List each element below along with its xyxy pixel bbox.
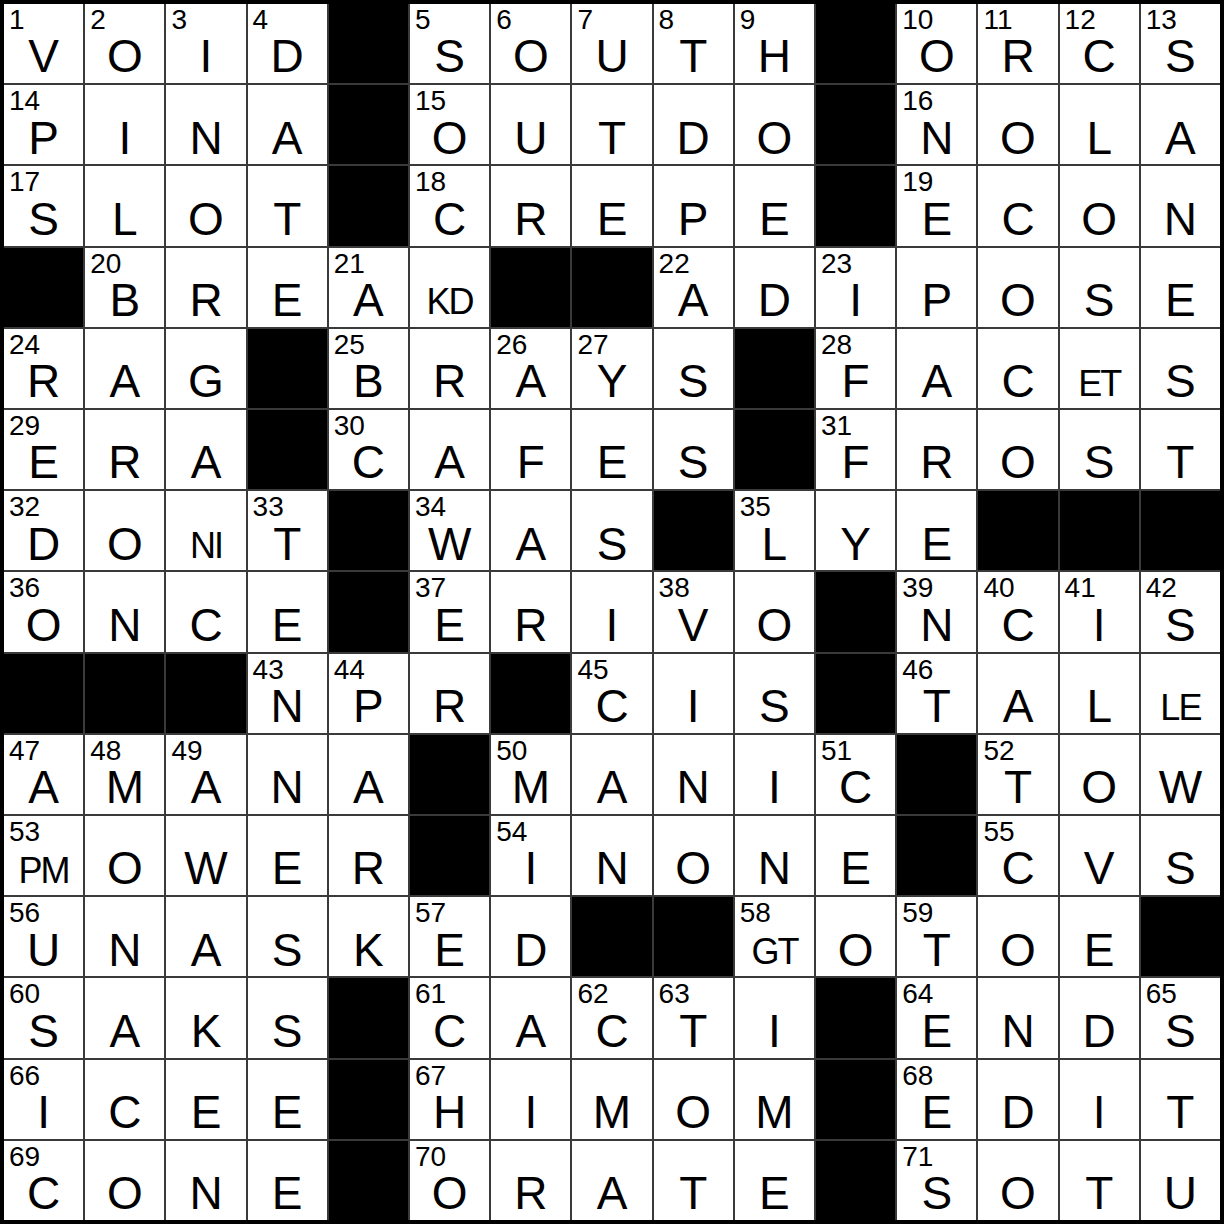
black-square-r13c11 bbox=[816, 978, 895, 1057]
cell-r9c15[interactable]: LE bbox=[1141, 654, 1220, 733]
cell-letter: N bbox=[85, 924, 164, 977]
cell-r4c2[interactable]: 20B bbox=[85, 248, 164, 327]
cell-r1c7[interactable]: 6O bbox=[491, 4, 570, 83]
cell-letter: B bbox=[329, 355, 408, 408]
cell-r14c12[interactable]: 68E bbox=[897, 1060, 976, 1139]
cell-r2c15[interactable]: A bbox=[1141, 85, 1220, 164]
cell-r9c9[interactable]: I bbox=[654, 654, 733, 733]
cell-r7c6[interactable]: 34W bbox=[410, 491, 489, 570]
cell-letter: S bbox=[410, 30, 489, 83]
cell-letter: C bbox=[978, 842, 1057, 895]
cell-r5c6[interactable]: R bbox=[410, 329, 489, 408]
cell-r4c10[interactable]: D bbox=[735, 248, 814, 327]
cell-letter: L bbox=[85, 193, 164, 246]
cell-rebus-letters: PM bbox=[4, 850, 83, 891]
cell-letter: L bbox=[1060, 680, 1139, 733]
cell-r15c8[interactable]: A bbox=[572, 1141, 651, 1220]
cell-r11c14[interactable]: V bbox=[1060, 816, 1139, 895]
cell-r3c10[interactable]: E bbox=[735, 166, 814, 245]
cell-letter: I bbox=[735, 1005, 814, 1058]
cell-r6c1[interactable]: 29E bbox=[4, 410, 83, 489]
cell-r13c3[interactable]: K bbox=[166, 978, 245, 1057]
cell-r12c7[interactable]: D bbox=[491, 897, 570, 976]
cell-r14c7[interactable]: I bbox=[491, 1060, 570, 1139]
cell-r3c4[interactable]: T bbox=[248, 166, 327, 245]
cell-r7c11[interactable]: Y bbox=[816, 491, 895, 570]
cell-r12c1[interactable]: 56U bbox=[4, 897, 83, 976]
cell-r3c6[interactable]: 18C bbox=[410, 166, 489, 245]
cell-r3c14[interactable]: O bbox=[1060, 166, 1139, 245]
cell-letter: N bbox=[897, 599, 976, 652]
cell-r4c5[interactable]: 21A bbox=[329, 248, 408, 327]
cell-r8c14[interactable]: 41I bbox=[1060, 572, 1139, 651]
cell-letter: O bbox=[654, 1086, 733, 1139]
cell-r6c11[interactable]: 31F bbox=[816, 410, 895, 489]
cell-r3c12[interactable]: 19E bbox=[897, 166, 976, 245]
cell-r5c5[interactable]: 25B bbox=[329, 329, 408, 408]
cell-r9c6[interactable]: R bbox=[410, 654, 489, 733]
cell-letter: R bbox=[85, 436, 164, 489]
cell-r6c3[interactable]: A bbox=[166, 410, 245, 489]
cell-letter: Y bbox=[816, 518, 895, 571]
cell-r5c2[interactable]: A bbox=[85, 329, 164, 408]
cell-r6c15[interactable]: T bbox=[1141, 410, 1220, 489]
crossword-grid: 1V2O3I4D5S6O7U8T9H10O11R12C13S14PINA15OU… bbox=[0, 0, 1224, 1224]
cell-letter: A bbox=[248, 112, 327, 165]
cell-r13c2[interactable]: A bbox=[85, 978, 164, 1057]
cell-r15c4[interactable]: E bbox=[248, 1141, 327, 1220]
cell-r14c13[interactable]: D bbox=[978, 1060, 1057, 1139]
cell-r1c2[interactable]: 2O bbox=[85, 4, 164, 83]
cell-r13c6[interactable]: 61C bbox=[410, 978, 489, 1057]
cell-r5c12[interactable]: A bbox=[897, 329, 976, 408]
cell-letter: O bbox=[978, 1167, 1057, 1220]
cell-r2c6[interactable]: 15O bbox=[410, 85, 489, 164]
cell-r10c7[interactable]: 50M bbox=[491, 735, 570, 814]
cell-letter: M bbox=[85, 761, 164, 814]
cell-letter: D bbox=[248, 30, 327, 83]
cell-letter: A bbox=[1141, 112, 1220, 165]
cell-r12c2[interactable]: N bbox=[85, 897, 164, 976]
cell-r15c14[interactable]: T bbox=[1060, 1141, 1139, 1220]
black-square-r2c11 bbox=[816, 85, 895, 164]
cell-letter: P bbox=[654, 193, 733, 246]
cell-r5c13[interactable]: C bbox=[978, 329, 1057, 408]
cell-r4c6[interactable]: KD bbox=[410, 248, 489, 327]
cell-r11c8[interactable]: N bbox=[572, 816, 651, 895]
cell-r10c13[interactable]: 52T bbox=[978, 735, 1057, 814]
cell-r4c4[interactable]: E bbox=[248, 248, 327, 327]
cell-r14c2[interactable]: C bbox=[85, 1060, 164, 1139]
cell-r15c15[interactable]: U bbox=[1141, 1141, 1220, 1220]
black-square-r12c15 bbox=[1141, 897, 1220, 976]
cell-letter: I bbox=[491, 1086, 570, 1139]
cell-letter: T bbox=[897, 680, 976, 733]
cell-letter: H bbox=[410, 1086, 489, 1139]
cell-r9c14[interactable]: L bbox=[1060, 654, 1139, 733]
black-square-r13c5 bbox=[329, 978, 408, 1057]
cell-r11c15[interactable]: S bbox=[1141, 816, 1220, 895]
cell-letter: N bbox=[572, 842, 651, 895]
cell-r4c11[interactable]: 23I bbox=[816, 248, 895, 327]
cell-letter: M bbox=[491, 761, 570, 814]
cell-r14c15[interactable]: T bbox=[1141, 1060, 1220, 1139]
cell-letter: A bbox=[654, 274, 733, 327]
cell-r11c4[interactable]: E bbox=[248, 816, 327, 895]
cell-r14c14[interactable]: I bbox=[1060, 1060, 1139, 1139]
cell-r9c5[interactable]: 44P bbox=[329, 654, 408, 733]
cell-r8c12[interactable]: 39N bbox=[897, 572, 976, 651]
cell-r2c14[interactable]: L bbox=[1060, 85, 1139, 164]
cell-letter: U bbox=[4, 924, 83, 977]
cell-r14c3[interactable]: E bbox=[166, 1060, 245, 1139]
cell-letter: C bbox=[978, 355, 1057, 408]
cell-letter: S bbox=[248, 1005, 327, 1058]
cell-letter: T bbox=[1060, 1167, 1139, 1220]
cell-r5c15[interactable]: S bbox=[1141, 329, 1220, 408]
cell-r2c9[interactable]: D bbox=[654, 85, 733, 164]
cell-letter: T bbox=[654, 1167, 733, 1220]
black-square-r4c8 bbox=[572, 248, 651, 327]
cell-letter: R bbox=[410, 355, 489, 408]
cell-letter: O bbox=[978, 924, 1057, 977]
cell-r13c12[interactable]: 64E bbox=[897, 978, 976, 1057]
cell-letter: I bbox=[735, 761, 814, 814]
black-square-r11c6 bbox=[410, 816, 489, 895]
cell-letter: E bbox=[1141, 274, 1220, 327]
cell-r11c3[interactable]: W bbox=[166, 816, 245, 895]
cell-r8c13[interactable]: 40C bbox=[978, 572, 1057, 651]
cell-r4c15[interactable]: E bbox=[1141, 248, 1220, 327]
cell-letter: E bbox=[735, 1167, 814, 1220]
cell-r3c9[interactable]: P bbox=[654, 166, 733, 245]
cell-number: 53 bbox=[9, 817, 40, 846]
cell-letter: M bbox=[735, 1086, 814, 1139]
cell-letter: E bbox=[248, 1167, 327, 1220]
cell-r9c8[interactable]: 45C bbox=[572, 654, 651, 733]
cell-letter: O bbox=[491, 30, 570, 83]
black-square-r9c7 bbox=[491, 654, 570, 733]
cell-r7c2[interactable]: O bbox=[85, 491, 164, 570]
cell-letter: O bbox=[654, 842, 733, 895]
cell-letter: N bbox=[735, 842, 814, 895]
cell-r2c3[interactable]: N bbox=[166, 85, 245, 164]
cell-r6c8[interactable]: E bbox=[572, 410, 651, 489]
cell-r5c3[interactable]: G bbox=[166, 329, 245, 408]
cell-r15c12[interactable]: 71S bbox=[897, 1141, 976, 1220]
cell-r14c8[interactable]: M bbox=[572, 1060, 651, 1139]
cell-r15c10[interactable]: E bbox=[735, 1141, 814, 1220]
cell-r11c5[interactable]: R bbox=[329, 816, 408, 895]
cell-r12c14[interactable]: E bbox=[1060, 897, 1139, 976]
cell-r3c3[interactable]: O bbox=[166, 166, 245, 245]
cell-r7c1[interactable]: 32D bbox=[4, 491, 83, 570]
cell-letter: S bbox=[4, 1005, 83, 1058]
cell-r11c10[interactable]: N bbox=[735, 816, 814, 895]
cell-letter: N bbox=[166, 1167, 245, 1220]
cell-r6c5[interactable]: 30C bbox=[329, 410, 408, 489]
cell-r6c6[interactable]: A bbox=[410, 410, 489, 489]
cell-r10c4[interactable]: N bbox=[248, 735, 327, 814]
cell-r9c12[interactable]: 46T bbox=[897, 654, 976, 733]
cell-r5c11[interactable]: 28F bbox=[816, 329, 895, 408]
cell-r4c12[interactable]: P bbox=[897, 248, 976, 327]
cell-r5c7[interactable]: 26A bbox=[491, 329, 570, 408]
cell-r14c4[interactable]: E bbox=[248, 1060, 327, 1139]
cell-r6c14[interactable]: S bbox=[1060, 410, 1139, 489]
cell-letter: I bbox=[1060, 599, 1139, 652]
cell-r13c13[interactable]: N bbox=[978, 978, 1057, 1057]
cell-r7c3[interactable]: NI bbox=[166, 491, 245, 570]
cell-letter: S bbox=[248, 924, 327, 977]
cell-r6c9[interactable]: S bbox=[654, 410, 733, 489]
cell-r10c1[interactable]: 47A bbox=[4, 735, 83, 814]
cell-r1c3[interactable]: 3I bbox=[166, 4, 245, 83]
cell-r1c13[interactable]: 11R bbox=[978, 4, 1057, 83]
cell-r12c6[interactable]: 57E bbox=[410, 897, 489, 976]
cell-r9c4[interactable]: 43N bbox=[248, 654, 327, 733]
black-square-r6c10 bbox=[735, 410, 814, 489]
cell-letter: C bbox=[4, 1167, 83, 1220]
cell-letter: W bbox=[1141, 761, 1220, 814]
cell-r3c15[interactable]: N bbox=[1141, 166, 1220, 245]
cell-letter: T bbox=[897, 924, 976, 977]
black-square-r9c11 bbox=[816, 654, 895, 733]
cell-r8c3[interactable]: C bbox=[166, 572, 245, 651]
cell-r2c10[interactable]: O bbox=[735, 85, 814, 164]
cell-letter: A bbox=[572, 1167, 651, 1220]
cell-letter: S bbox=[4, 193, 83, 246]
cell-r8c6[interactable]: 37E bbox=[410, 572, 489, 651]
cell-letter: E bbox=[897, 1086, 976, 1139]
cell-letter: R bbox=[897, 436, 976, 489]
cell-letter: M bbox=[572, 1086, 651, 1139]
cell-r10c15[interactable]: W bbox=[1141, 735, 1220, 814]
cell-letter: E bbox=[248, 1086, 327, 1139]
cell-r13c1[interactable]: 60S bbox=[4, 978, 83, 1057]
cell-r7c12[interactable]: E bbox=[897, 491, 976, 570]
cell-letter: E bbox=[410, 599, 489, 652]
cell-letter: F bbox=[816, 436, 895, 489]
cell-r13c14[interactable]: D bbox=[1060, 978, 1139, 1057]
cell-letter: A bbox=[491, 1005, 570, 1058]
cell-r2c4[interactable]: A bbox=[248, 85, 327, 164]
cell-letter: E bbox=[248, 599, 327, 652]
cell-letter: C bbox=[410, 1005, 489, 1058]
black-square-r10c6 bbox=[410, 735, 489, 814]
cell-r14c9[interactable]: O bbox=[654, 1060, 733, 1139]
cell-letter: A bbox=[166, 436, 245, 489]
cell-r10c8[interactable]: A bbox=[572, 735, 651, 814]
cell-r1c10[interactable]: 9H bbox=[735, 4, 814, 83]
cell-r12c4[interactable]: S bbox=[248, 897, 327, 976]
cell-r2c1[interactable]: 14P bbox=[4, 85, 83, 164]
cell-r13c7[interactable]: A bbox=[491, 978, 570, 1057]
cell-r3c13[interactable]: C bbox=[978, 166, 1057, 245]
cell-r10c9[interactable]: N bbox=[654, 735, 733, 814]
cell-r14c1[interactable]: 66I bbox=[4, 1060, 83, 1139]
cell-letter: D bbox=[978, 1086, 1057, 1139]
cell-letter: S bbox=[1141, 355, 1220, 408]
cell-letter: O bbox=[1060, 761, 1139, 814]
cell-letter: V bbox=[1060, 842, 1139, 895]
cell-r10c10[interactable]: I bbox=[735, 735, 814, 814]
cell-r6c12[interactable]: R bbox=[897, 410, 976, 489]
cell-r15c1[interactable]: 69C bbox=[4, 1141, 83, 1220]
cell-r15c3[interactable]: N bbox=[166, 1141, 245, 1220]
cell-r9c10[interactable]: S bbox=[735, 654, 814, 733]
cell-letter: O bbox=[85, 1167, 164, 1220]
cell-r8c2[interactable]: N bbox=[85, 572, 164, 651]
cell-r2c8[interactable]: T bbox=[572, 85, 651, 164]
black-square-r11c12 bbox=[897, 816, 976, 895]
cell-r8c10[interactable]: O bbox=[735, 572, 814, 651]
cell-letter: S bbox=[654, 355, 733, 408]
cell-r8c8[interactable]: I bbox=[572, 572, 651, 651]
cell-r7c4[interactable]: 33T bbox=[248, 491, 327, 570]
cell-r13c9[interactable]: 63T bbox=[654, 978, 733, 1057]
cell-letter: N bbox=[1141, 193, 1220, 246]
cell-r3c2[interactable]: L bbox=[85, 166, 164, 245]
cell-letter: I bbox=[816, 274, 895, 327]
cell-r12c13[interactable]: O bbox=[978, 897, 1057, 976]
cell-letter: E bbox=[248, 842, 327, 895]
cell-r4c14[interactable]: S bbox=[1060, 248, 1139, 327]
cell-letter: E bbox=[572, 193, 651, 246]
cell-r7c7[interactable]: A bbox=[491, 491, 570, 570]
black-square-r5c10 bbox=[735, 329, 814, 408]
cell-r3c7[interactable]: R bbox=[491, 166, 570, 245]
cell-letter: O bbox=[1060, 193, 1139, 246]
cell-letter: T bbox=[1141, 436, 1220, 489]
cell-r11c2[interactable]: O bbox=[85, 816, 164, 895]
cell-r7c8[interactable]: S bbox=[572, 491, 651, 570]
cell-r1c14[interactable]: 12C bbox=[1060, 4, 1139, 83]
cell-r10c11[interactable]: 51C bbox=[816, 735, 895, 814]
cell-r12c10[interactable]: 58GT bbox=[735, 897, 814, 976]
cell-r15c13[interactable]: O bbox=[978, 1141, 1057, 1220]
cell-r3c1[interactable]: 17S bbox=[4, 166, 83, 245]
cell-r14c10[interactable]: M bbox=[735, 1060, 814, 1139]
cell-r1c1[interactable]: 1V bbox=[4, 4, 83, 83]
black-square-r7c14 bbox=[1060, 491, 1139, 570]
cell-r13c15[interactable]: 65S bbox=[1141, 978, 1220, 1057]
cell-r5c14[interactable]: ET bbox=[1060, 329, 1139, 408]
cell-r15c6[interactable]: 70O bbox=[410, 1141, 489, 1220]
cell-r12c5[interactable]: K bbox=[329, 897, 408, 976]
cell-r6c2[interactable]: R bbox=[85, 410, 164, 489]
cell-r13c4[interactable]: S bbox=[248, 978, 327, 1057]
cell-r15c7[interactable]: R bbox=[491, 1141, 570, 1220]
cell-r8c1[interactable]: 36O bbox=[4, 572, 83, 651]
cell-r10c14[interactable]: O bbox=[1060, 735, 1139, 814]
cell-r13c8[interactable]: 62C bbox=[572, 978, 651, 1057]
cell-letter: F bbox=[491, 436, 570, 489]
cell-r7c10[interactable]: 35L bbox=[735, 491, 814, 570]
cell-r12c3[interactable]: A bbox=[166, 897, 245, 976]
cell-r1c8[interactable]: 7U bbox=[572, 4, 651, 83]
cell-r11c9[interactable]: O bbox=[654, 816, 733, 895]
cell-r10c2[interactable]: 48M bbox=[85, 735, 164, 814]
cell-r5c8[interactable]: 27Y bbox=[572, 329, 651, 408]
cell-r8c9[interactable]: 38V bbox=[654, 572, 733, 651]
cell-r1c12[interactable]: 10O bbox=[897, 4, 976, 83]
cell-r4c13[interactable]: O bbox=[978, 248, 1057, 327]
cell-r11c13[interactable]: 55C bbox=[978, 816, 1057, 895]
cell-letter: V bbox=[654, 599, 733, 652]
cell-letter: F bbox=[816, 355, 895, 408]
cell-r11c1[interactable]: 53PM bbox=[4, 816, 83, 895]
cell-letter: R bbox=[166, 274, 245, 327]
cell-r2c13[interactable]: O bbox=[978, 85, 1057, 164]
cell-r1c6[interactable]: 5S bbox=[410, 4, 489, 83]
cell-r1c4[interactable]: 4D bbox=[248, 4, 327, 83]
cell-r8c15[interactable]: 42S bbox=[1141, 572, 1220, 651]
cell-r9c13[interactable]: A bbox=[978, 654, 1057, 733]
cell-r4c3[interactable]: R bbox=[166, 248, 245, 327]
cell-letter: C bbox=[166, 599, 245, 652]
black-square-r10c12 bbox=[897, 735, 976, 814]
cell-r5c9[interactable]: S bbox=[654, 329, 733, 408]
cell-r5c1[interactable]: 24R bbox=[4, 329, 83, 408]
cell-letter: I bbox=[491, 842, 570, 895]
cell-r10c3[interactable]: 49A bbox=[166, 735, 245, 814]
cell-r12c12[interactable]: 59T bbox=[897, 897, 976, 976]
cell-r2c2[interactable]: I bbox=[85, 85, 164, 164]
cell-letter: N bbox=[654, 761, 733, 814]
black-square-r6c4 bbox=[248, 410, 327, 489]
cell-letter: O bbox=[85, 842, 164, 895]
black-square-r9c1 bbox=[4, 654, 83, 733]
cell-r4c9[interactable]: 22A bbox=[654, 248, 733, 327]
cell-letter: O bbox=[85, 518, 164, 571]
black-square-r3c11 bbox=[816, 166, 895, 245]
cell-r8c7[interactable]: R bbox=[491, 572, 570, 651]
cell-r15c9[interactable]: T bbox=[654, 1141, 733, 1220]
cell-r2c7[interactable]: U bbox=[491, 85, 570, 164]
cell-r10c5[interactable]: A bbox=[329, 735, 408, 814]
cell-r2c12[interactable]: 16N bbox=[897, 85, 976, 164]
cell-letter: K bbox=[329, 924, 408, 977]
cell-r14c6[interactable]: 67H bbox=[410, 1060, 489, 1139]
black-square-r15c11 bbox=[816, 1141, 895, 1220]
cell-r11c7[interactable]: 54I bbox=[491, 816, 570, 895]
cell-letter: Y bbox=[572, 355, 651, 408]
black-square-r2c5 bbox=[329, 85, 408, 164]
cell-r8c4[interactable]: E bbox=[248, 572, 327, 651]
black-square-r7c9 bbox=[654, 491, 733, 570]
cell-r15c2[interactable]: O bbox=[85, 1141, 164, 1220]
cell-letter: E bbox=[572, 436, 651, 489]
cell-r6c13[interactable]: O bbox=[978, 410, 1057, 489]
cell-rebus-letters: LE bbox=[1141, 687, 1220, 728]
cell-r13c10[interactable]: I bbox=[735, 978, 814, 1057]
cell-letter: R bbox=[329, 842, 408, 895]
cell-r3c8[interactable]: E bbox=[572, 166, 651, 245]
cell-letter: S bbox=[654, 436, 733, 489]
cell-r1c15[interactable]: 13S bbox=[1141, 4, 1220, 83]
cell-r1c9[interactable]: 8T bbox=[654, 4, 733, 83]
cell-letter: C bbox=[816, 761, 895, 814]
cell-letter: I bbox=[1060, 1086, 1139, 1139]
cell-r11c11[interactable]: E bbox=[816, 816, 895, 895]
cell-letter: O bbox=[735, 112, 814, 165]
cell-letter: U bbox=[491, 112, 570, 165]
cell-r12c11[interactable]: O bbox=[816, 897, 895, 976]
cell-letter: E bbox=[897, 193, 976, 246]
cell-r6c7[interactable]: F bbox=[491, 410, 570, 489]
cell-letter: A bbox=[491, 518, 570, 571]
